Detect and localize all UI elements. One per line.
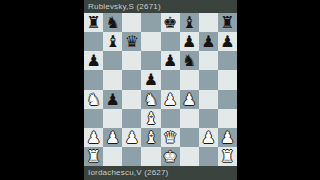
white-king-icon: ♚ (163, 147, 177, 166)
black-pawn-icon: ♟ (106, 90, 120, 109)
white-bishop-icon: ♝ (144, 128, 158, 147)
square-g7: ♟ (199, 32, 218, 51)
square-e7 (161, 32, 180, 51)
square-g5 (199, 70, 218, 89)
player-name-white: Iordachescu,V (2627) (84, 166, 237, 180)
square-h7: ♟ (218, 32, 237, 51)
square-d7 (141, 32, 160, 51)
black-pawn-icon: ♟ (201, 32, 215, 51)
black-pawn-icon: ♟ (182, 32, 196, 51)
square-b4: ♟ (103, 90, 122, 109)
square-e6: ♟ (161, 51, 180, 70)
black-bishop-icon: ♝ (106, 32, 120, 51)
square-h2: ♟ (218, 128, 237, 147)
square-c6 (122, 51, 141, 70)
square-a6: ♟ (84, 51, 103, 70)
video-frame: Rublevsky,S (2671) ♜♞♚♝♜♝♛♟♟♟♟♟♞♟♞♟♞♟♟♝♟… (0, 0, 320, 180)
square-g6 (199, 51, 218, 70)
square-e8: ♚ (161, 13, 180, 32)
square-a1: ♜ (84, 147, 103, 166)
square-d5: ♟ (141, 70, 160, 89)
chess-board: ♜♞♚♝♜♝♛♟♟♟♟♟♞♟♞♟♞♟♟♝♟♟♟♝♛♟♟♜♚♜ (84, 13, 237, 166)
square-d8 (141, 13, 160, 32)
black-pawn-icon: ♟ (144, 70, 158, 89)
square-a8: ♜ (84, 13, 103, 32)
square-f5 (180, 70, 199, 89)
square-c2: ♟ (122, 128, 141, 147)
square-f1 (180, 147, 199, 166)
square-h4 (218, 90, 237, 109)
white-rook-icon: ♜ (86, 147, 100, 166)
black-pawn-icon: ♟ (163, 51, 177, 70)
square-b1 (103, 147, 122, 166)
square-c5 (122, 70, 141, 89)
square-c1 (122, 147, 141, 166)
white-knight-icon: ♞ (86, 90, 100, 109)
square-b2: ♟ (103, 128, 122, 147)
square-h6 (218, 51, 237, 70)
square-c8 (122, 13, 141, 32)
square-g3 (199, 109, 218, 128)
square-b3 (103, 109, 122, 128)
square-c4 (122, 90, 141, 109)
black-rook-icon: ♜ (86, 13, 100, 32)
square-e3 (161, 109, 180, 128)
square-g8 (199, 13, 218, 32)
square-a2: ♟ (84, 128, 103, 147)
square-d1 (141, 147, 160, 166)
square-e4: ♟ (161, 90, 180, 109)
white-pawn-icon: ♟ (86, 128, 100, 147)
square-b7: ♝ (103, 32, 122, 51)
black-pawn-icon: ♟ (220, 32, 234, 51)
square-e2: ♛ (161, 128, 180, 147)
white-queen-icon: ♛ (163, 128, 177, 147)
square-g2: ♟ (199, 128, 218, 147)
square-h1: ♜ (218, 147, 237, 166)
square-b8: ♞ (103, 13, 122, 32)
square-a5 (84, 70, 103, 89)
square-g1 (199, 147, 218, 166)
black-pawn-icon: ♟ (86, 51, 100, 70)
black-rook-icon: ♜ (220, 13, 234, 32)
black-queen-icon: ♛ (125, 32, 139, 51)
white-knight-icon: ♞ (144, 90, 158, 109)
square-b6 (103, 51, 122, 70)
square-f7: ♟ (180, 32, 199, 51)
black-king-icon: ♚ (163, 13, 177, 32)
square-a3 (84, 109, 103, 128)
square-h3 (218, 109, 237, 128)
square-b5 (103, 70, 122, 89)
white-pawn-icon: ♟ (220, 128, 234, 147)
square-e1: ♚ (161, 147, 180, 166)
white-pawn-icon: ♟ (125, 128, 139, 147)
square-c7: ♛ (122, 32, 141, 51)
square-c3 (122, 109, 141, 128)
square-f8: ♝ (180, 13, 199, 32)
white-pawn-icon: ♟ (201, 128, 215, 147)
white-pawn-icon: ♟ (106, 128, 120, 147)
white-rook-icon: ♜ (220, 147, 234, 166)
player-name-black: Rublevsky,S (2671) (84, 0, 237, 13)
square-d4: ♞ (141, 90, 160, 109)
chess-panel: Rublevsky,S (2671) ♜♞♚♝♜♝♛♟♟♟♟♟♞♟♞♟♞♟♟♝♟… (84, 0, 237, 180)
square-f2 (180, 128, 199, 147)
square-e5 (161, 70, 180, 89)
square-h8: ♜ (218, 13, 237, 32)
white-bishop-icon: ♝ (144, 109, 158, 128)
square-f6: ♞ (180, 51, 199, 70)
black-knight-icon: ♞ (182, 51, 196, 70)
black-bishop-icon: ♝ (182, 13, 196, 32)
square-f4: ♟ (180, 90, 199, 109)
square-d2: ♝ (141, 128, 160, 147)
white-pawn-icon: ♟ (182, 90, 196, 109)
square-a4: ♞ (84, 90, 103, 109)
white-pawn-icon: ♟ (163, 90, 177, 109)
square-h5 (218, 70, 237, 89)
square-a7 (84, 32, 103, 51)
square-f3 (180, 109, 199, 128)
black-knight-icon: ♞ (106, 13, 120, 32)
square-g4 (199, 90, 218, 109)
square-d3: ♝ (141, 109, 160, 128)
square-d6 (141, 51, 160, 70)
